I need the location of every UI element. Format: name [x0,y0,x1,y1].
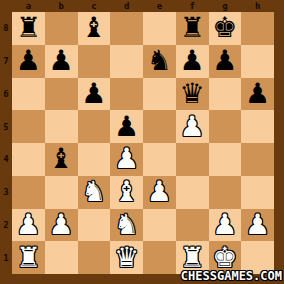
white-queen-d1[interactable]: ♛ [114,242,139,274]
black-pawn-b7[interactable]: ♟ [49,45,74,77]
square-d7[interactable] [110,45,143,78]
square-b3[interactable] [45,176,78,209]
square-a3[interactable] [12,176,45,209]
square-a6[interactable] [12,78,45,111]
rank-label-3: 3 [0,176,12,209]
square-g3[interactable] [209,176,242,209]
square-a1[interactable]: ♜ [12,241,45,274]
rank-label-2: 2 [0,209,12,242]
square-e8[interactable] [143,12,176,45]
white-pawn-h2[interactable]: ♟ [245,209,270,241]
square-c6[interactable]: ♟ [78,78,111,111]
square-b2[interactable]: ♟ [45,209,78,242]
site-watermark: CHESSGAMES.COM [181,269,282,283]
white-knight-d2[interactable]: ♞ [114,209,139,241]
file-label-h: h [241,0,274,12]
square-d6[interactable] [110,78,143,111]
square-h7[interactable] [241,45,274,78]
rank-label-4: 4 [0,143,12,176]
rank-label-8: 8 [0,12,12,45]
square-f8[interactable]: ♜ [176,12,209,45]
square-h2[interactable]: ♟ [241,209,274,242]
square-d2[interactable]: ♞ [110,209,143,242]
square-b1[interactable] [45,241,78,274]
file-label-c: c [78,0,111,12]
square-c3[interactable]: ♞ [78,176,111,209]
square-a8[interactable]: ♜ [12,12,45,45]
square-e4[interactable] [143,143,176,176]
black-pawn-c6[interactable]: ♟ [81,78,106,110]
square-g7[interactable]: ♟ [209,45,242,78]
white-pawn-g2[interactable]: ♟ [212,209,237,241]
square-e2[interactable] [143,209,176,242]
square-e1[interactable] [143,241,176,274]
square-f4[interactable] [176,143,209,176]
square-f3[interactable] [176,176,209,209]
black-pawn-g7[interactable]: ♟ [212,45,237,77]
square-g8[interactable]: ♚ [209,12,242,45]
black-pawn-d5[interactable]: ♟ [114,111,139,143]
square-d1[interactable]: ♛ [110,241,143,274]
square-c5[interactable] [78,110,111,143]
square-f7[interactable]: ♟ [176,45,209,78]
square-c2[interactable] [78,209,111,242]
square-f2[interactable] [176,209,209,242]
black-knight-e7[interactable]: ♞ [147,45,172,77]
white-pawn-f5[interactable]: ♟ [180,111,205,143]
black-rook-a8[interactable]: ♜ [16,12,41,44]
file-label-f: f [176,0,209,12]
square-d4[interactable]: ♟ [110,143,143,176]
square-c1[interactable] [78,241,111,274]
square-d3[interactable]: ♝ [110,176,143,209]
file-label-a: a [12,0,45,12]
square-a4[interactable] [12,143,45,176]
square-h5[interactable] [241,110,274,143]
rank-label-1: 1 [0,241,12,274]
square-c8[interactable]: ♝ [78,12,111,45]
black-bishop-b4[interactable]: ♝ [49,143,74,175]
black-pawn-a7[interactable]: ♟ [16,45,41,77]
square-g4[interactable] [209,143,242,176]
square-g2[interactable]: ♟ [209,209,242,242]
white-pawn-a2[interactable]: ♟ [16,209,41,241]
square-a7[interactable]: ♟ [12,45,45,78]
white-pawn-e3[interactable]: ♟ [147,176,172,208]
square-e7[interactable]: ♞ [143,45,176,78]
black-queen-f6[interactable]: ♛ [180,78,205,110]
rank-label-7: 7 [0,45,12,78]
white-bishop-d3[interactable]: ♝ [114,176,139,208]
black-rook-f8[interactable]: ♜ [180,12,205,44]
black-bishop-c8[interactable]: ♝ [81,12,106,44]
chess-board: ♜♝♜♚♟♟♞♟♟♟♛♟♟♟♝♟♞♝♟♟♟♞♟♟♜♛♜♚ [12,12,274,274]
black-pawn-h6[interactable]: ♟ [245,78,270,110]
square-h3[interactable] [241,176,274,209]
square-c7[interactable] [78,45,111,78]
square-d8[interactable] [110,12,143,45]
file-label-d: d [110,0,143,12]
square-e6[interactable] [143,78,176,111]
square-b8[interactable] [45,12,78,45]
square-b5[interactable] [45,110,78,143]
square-f5[interactable]: ♟ [176,110,209,143]
black-pawn-f7[interactable]: ♟ [180,45,205,77]
square-b6[interactable] [45,78,78,111]
square-h6[interactable]: ♟ [241,78,274,111]
file-label-g: g [209,0,242,12]
square-a5[interactable] [12,110,45,143]
rank-label-6: 6 [0,78,12,111]
square-c4[interactable] [78,143,111,176]
square-h8[interactable] [241,12,274,45]
square-f6[interactable]: ♛ [176,78,209,111]
file-label-e: e [143,0,176,12]
square-e5[interactable] [143,110,176,143]
white-knight-c3[interactable]: ♞ [81,176,106,208]
square-g5[interactable] [209,110,242,143]
square-d5[interactable]: ♟ [110,110,143,143]
white-rook-a1[interactable]: ♜ [16,242,41,274]
square-b7[interactable]: ♟ [45,45,78,78]
black-king-g8[interactable]: ♚ [212,12,237,44]
square-b4[interactable]: ♝ [45,143,78,176]
chess-diagram: abcdefgh 87654321 ♜♝♜♚♟♟♞♟♟♟♛♟♟♟♝♟♞♝♟♟♟♞… [0,0,284,284]
square-h4[interactable] [241,143,274,176]
white-pawn-b2[interactable]: ♟ [49,209,74,241]
file-label-b: b [45,0,78,12]
square-g6[interactable] [209,78,242,111]
white-pawn-d4[interactable]: ♟ [114,143,139,175]
square-e3[interactable]: ♟ [143,176,176,209]
rank-label-5: 5 [0,110,12,143]
square-a2[interactable]: ♟ [12,209,45,242]
